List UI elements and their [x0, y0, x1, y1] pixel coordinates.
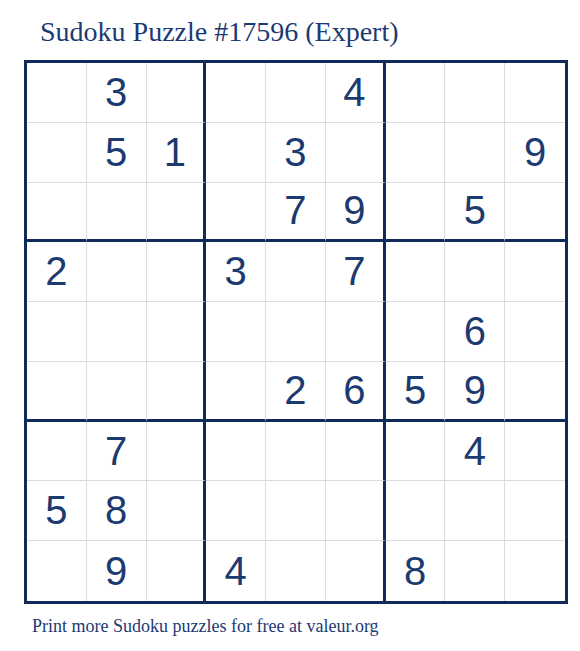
cell-r6c2 [87, 362, 147, 422]
cell-r5c3 [147, 302, 207, 362]
cell-r3c2 [87, 183, 147, 243]
cell-r7c6 [326, 422, 386, 482]
cell-r5c8: 6 [445, 302, 505, 362]
cell-r7c7 [386, 422, 446, 482]
cell-r8c7 [386, 481, 446, 541]
cell-r9c7: 8 [386, 541, 446, 601]
cell-r6c6: 6 [326, 362, 386, 422]
cell-r6c7: 5 [386, 362, 446, 422]
cell-r5c4 [206, 302, 266, 362]
cell-r9c1 [27, 541, 87, 601]
cell-r4c6: 7 [326, 242, 386, 302]
cell-r5c1 [27, 302, 87, 362]
cell-r2c5: 3 [266, 123, 326, 183]
cell-r2c4 [206, 123, 266, 183]
cell-r6c4 [206, 362, 266, 422]
cell-r5c6 [326, 302, 386, 362]
cell-r6c1 [27, 362, 87, 422]
footer-text: Print more Sudoku puzzles for free at va… [32, 616, 379, 637]
cell-r4c9 [505, 242, 565, 302]
cell-r8c3 [147, 481, 207, 541]
cell-r4c3 [147, 242, 207, 302]
puzzle-page: Sudoku Puzzle #17596 (Expert) 3451397952… [0, 0, 580, 651]
cell-r4c2 [87, 242, 147, 302]
cell-r5c2 [87, 302, 147, 362]
cell-r4c4: 3 [206, 242, 266, 302]
cell-r1c2: 3 [87, 63, 147, 123]
cell-r6c5: 2 [266, 362, 326, 422]
cell-r4c7 [386, 242, 446, 302]
cell-r8c8 [445, 481, 505, 541]
cell-r2c9: 9 [505, 123, 565, 183]
cell-r6c8: 9 [445, 362, 505, 422]
cell-r1c1 [27, 63, 87, 123]
cell-r4c1: 2 [27, 242, 87, 302]
cell-r4c8 [445, 242, 505, 302]
cell-r1c3 [147, 63, 207, 123]
cell-r4c5 [266, 242, 326, 302]
cell-r8c4 [206, 481, 266, 541]
cell-r1c9 [505, 63, 565, 123]
cell-r1c4 [206, 63, 266, 123]
cell-r7c3 [147, 422, 207, 482]
cell-r2c3: 1 [147, 123, 207, 183]
cell-r1c8 [445, 63, 505, 123]
cell-r9c5 [266, 541, 326, 601]
cell-r3c5: 7 [266, 183, 326, 243]
cell-r9c4: 4 [206, 541, 266, 601]
cell-r3c4 [206, 183, 266, 243]
cell-r7c8: 4 [445, 422, 505, 482]
cell-r2c7 [386, 123, 446, 183]
cell-r7c5 [266, 422, 326, 482]
cell-r3c3 [147, 183, 207, 243]
cell-r7c4 [206, 422, 266, 482]
cell-r8c1: 5 [27, 481, 87, 541]
cell-r8c9 [505, 481, 565, 541]
cell-r9c3 [147, 541, 207, 601]
cell-r9c6 [326, 541, 386, 601]
cell-r5c7 [386, 302, 446, 362]
cell-r2c1 [27, 123, 87, 183]
cell-r1c6: 4 [326, 63, 386, 123]
cell-r7c9 [505, 422, 565, 482]
cell-r8c6 [326, 481, 386, 541]
cell-r3c1 [27, 183, 87, 243]
cell-r2c6 [326, 123, 386, 183]
cell-r9c9 [505, 541, 565, 601]
cell-r7c1 [27, 422, 87, 482]
cell-r7c2: 7 [87, 422, 147, 482]
cell-r9c2: 9 [87, 541, 147, 601]
cell-r2c8 [445, 123, 505, 183]
cell-r1c7 [386, 63, 446, 123]
cell-r3c8: 5 [445, 183, 505, 243]
cell-r6c3 [147, 362, 207, 422]
cell-r3c6: 9 [326, 183, 386, 243]
page-title: Sudoku Puzzle #17596 (Expert) [40, 16, 399, 48]
cell-r3c9 [505, 183, 565, 243]
cell-r3c7 [386, 183, 446, 243]
cell-r6c9 [505, 362, 565, 422]
cell-r1c5 [266, 63, 326, 123]
cell-r9c8 [445, 541, 505, 601]
cell-r8c2: 8 [87, 481, 147, 541]
sudoku-board: 345139795237626597458948 [24, 60, 568, 604]
cell-r5c5 [266, 302, 326, 362]
cell-r5c9 [505, 302, 565, 362]
cell-r8c5 [266, 481, 326, 541]
cell-r2c2: 5 [87, 123, 147, 183]
